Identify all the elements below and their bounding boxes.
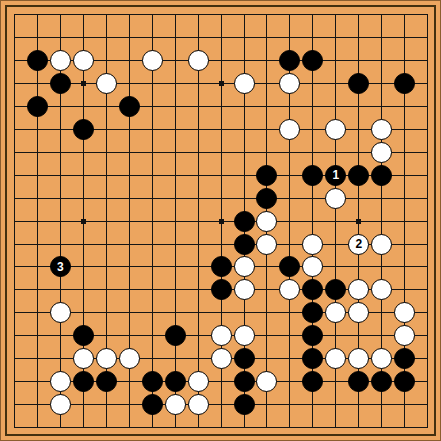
stone-black[interactable] xyxy=(279,256,300,277)
stone-black[interactable] xyxy=(348,371,369,392)
stone-white[interactable] xyxy=(188,50,209,71)
stone-black[interactable] xyxy=(302,279,323,300)
stone-black[interactable] xyxy=(142,394,163,415)
stone-black[interactable] xyxy=(96,371,117,392)
stone-white[interactable] xyxy=(371,279,392,300)
stone-white[interactable] xyxy=(325,188,346,209)
stone-white[interactable] xyxy=(234,256,255,277)
stone-black[interactable] xyxy=(234,348,255,369)
stone-black[interactable] xyxy=(211,279,232,300)
star-point xyxy=(219,81,224,86)
stone-white[interactable] xyxy=(234,73,255,94)
stone-white[interactable] xyxy=(234,279,255,300)
stone-black[interactable] xyxy=(234,211,255,232)
grid-line-horizontal xyxy=(14,427,428,428)
stone-black[interactable] xyxy=(302,348,323,369)
stone-white[interactable] xyxy=(50,394,71,415)
stone-black[interactable] xyxy=(211,256,232,277)
stone-black[interactable] xyxy=(302,371,323,392)
stone-white[interactable] xyxy=(325,348,346,369)
stone-white[interactable] xyxy=(371,348,392,369)
stone-white[interactable] xyxy=(371,142,392,163)
stone-white[interactable] xyxy=(279,279,300,300)
stone-white[interactable] xyxy=(256,234,277,255)
stone-white[interactable] xyxy=(256,211,277,232)
stone-white[interactable] xyxy=(142,50,163,71)
stone-black[interactable] xyxy=(394,348,415,369)
go-board-diagram: 123 xyxy=(0,0,441,441)
stone-white[interactable] xyxy=(96,73,117,94)
move-2-stone-white[interactable]: 2 xyxy=(348,234,369,255)
stone-white[interactable] xyxy=(348,348,369,369)
go-board[interactable]: 123 xyxy=(0,0,441,441)
stone-white[interactable] xyxy=(165,394,186,415)
stone-white[interactable] xyxy=(371,234,392,255)
stone-black[interactable] xyxy=(371,371,392,392)
stone-black[interactable] xyxy=(302,50,323,71)
stone-black[interactable] xyxy=(234,234,255,255)
stone-black[interactable] xyxy=(279,50,300,71)
stone-white[interactable] xyxy=(188,371,209,392)
stone-white[interactable] xyxy=(211,325,232,346)
grid-line-vertical xyxy=(427,14,428,428)
stone-black[interactable] xyxy=(256,165,277,186)
stone-black[interactable] xyxy=(348,165,369,186)
stone-black[interactable] xyxy=(73,119,94,140)
stone-white[interactable] xyxy=(73,50,94,71)
move-1-stone-black[interactable]: 1 xyxy=(325,165,346,186)
stone-black[interactable] xyxy=(325,279,346,300)
stone-white[interactable] xyxy=(325,119,346,140)
stone-black[interactable] xyxy=(119,96,140,117)
stone-black[interactable] xyxy=(165,325,186,346)
stone-black[interactable] xyxy=(27,50,48,71)
stone-white[interactable] xyxy=(256,371,277,392)
stone-black[interactable] xyxy=(142,371,163,392)
stone-white[interactable] xyxy=(279,119,300,140)
star-point xyxy=(219,219,224,224)
star-point xyxy=(81,81,86,86)
stone-white[interactable] xyxy=(50,302,71,323)
stone-white[interactable] xyxy=(119,348,140,369)
stone-black[interactable] xyxy=(50,73,71,94)
stone-black[interactable] xyxy=(348,73,369,94)
stone-white[interactable] xyxy=(279,73,300,94)
grid-line-horizontal xyxy=(14,404,428,405)
stone-white[interactable] xyxy=(188,394,209,415)
stone-white[interactable] xyxy=(50,371,71,392)
stone-white[interactable] xyxy=(50,50,71,71)
stone-black[interactable] xyxy=(371,165,392,186)
stone-white[interactable] xyxy=(302,234,323,255)
stone-white[interactable] xyxy=(394,302,415,323)
stone-white[interactable] xyxy=(73,348,94,369)
stone-black[interactable] xyxy=(27,96,48,117)
stone-white[interactable] xyxy=(325,302,346,323)
stone-black[interactable] xyxy=(302,325,323,346)
stone-black[interactable] xyxy=(394,371,415,392)
stone-black[interactable] xyxy=(394,73,415,94)
stone-black[interactable] xyxy=(234,394,255,415)
stone-white[interactable] xyxy=(96,348,117,369)
stone-white[interactable] xyxy=(211,348,232,369)
stone-black[interactable] xyxy=(165,371,186,392)
stone-white[interactable] xyxy=(348,302,369,323)
stone-white[interactable] xyxy=(371,119,392,140)
star-point xyxy=(81,219,86,224)
stone-black[interactable] xyxy=(73,325,94,346)
stone-black[interactable] xyxy=(302,302,323,323)
move-3-stone-black[interactable]: 3 xyxy=(50,256,71,277)
stone-white[interactable] xyxy=(348,279,369,300)
stone-white[interactable] xyxy=(234,325,255,346)
stone-black[interactable] xyxy=(234,371,255,392)
stone-black[interactable] xyxy=(73,371,94,392)
stone-white[interactable] xyxy=(302,256,323,277)
stone-black[interactable] xyxy=(256,188,277,209)
stone-black[interactable] xyxy=(302,165,323,186)
stone-white[interactable] xyxy=(394,325,415,346)
star-point xyxy=(356,219,361,224)
